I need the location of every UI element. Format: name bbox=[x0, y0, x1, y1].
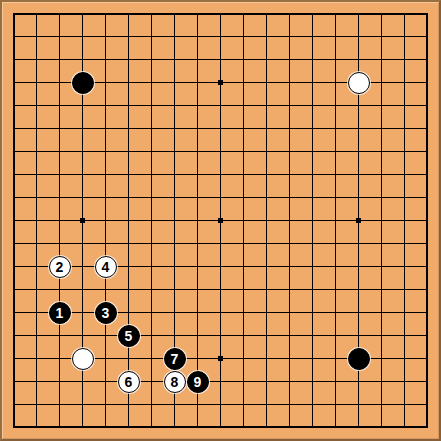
intersection: 3 bbox=[94, 301, 117, 324]
intersection bbox=[186, 255, 209, 278]
intersection bbox=[301, 347, 324, 370]
intersection bbox=[94, 25, 117, 48]
intersection bbox=[324, 370, 347, 393]
intersection bbox=[186, 186, 209, 209]
intersection bbox=[416, 209, 439, 232]
stone-black-move-3: 3 bbox=[95, 302, 117, 324]
intersection bbox=[393, 255, 416, 278]
intersection bbox=[117, 301, 140, 324]
intersection bbox=[209, 324, 232, 347]
intersection bbox=[347, 94, 370, 117]
intersection bbox=[232, 163, 255, 186]
stone-black bbox=[72, 72, 94, 94]
intersection bbox=[163, 232, 186, 255]
intersection bbox=[301, 416, 324, 439]
intersection bbox=[186, 71, 209, 94]
intersection bbox=[416, 2, 439, 25]
intersection bbox=[186, 278, 209, 301]
intersection bbox=[278, 117, 301, 140]
intersection bbox=[232, 117, 255, 140]
intersection bbox=[25, 2, 48, 25]
intersection bbox=[393, 370, 416, 393]
intersection bbox=[48, 117, 71, 140]
intersection bbox=[25, 71, 48, 94]
intersection bbox=[140, 140, 163, 163]
stone-white bbox=[348, 72, 370, 94]
intersection bbox=[48, 94, 71, 117]
intersection bbox=[117, 117, 140, 140]
intersection bbox=[347, 232, 370, 255]
intersection bbox=[416, 25, 439, 48]
intersection bbox=[324, 94, 347, 117]
intersection bbox=[393, 163, 416, 186]
intersection-star-point bbox=[71, 209, 94, 232]
intersection bbox=[94, 324, 117, 347]
intersection bbox=[370, 71, 393, 94]
intersection bbox=[186, 163, 209, 186]
intersection bbox=[347, 278, 370, 301]
intersection bbox=[94, 48, 117, 71]
intersection bbox=[393, 25, 416, 48]
intersection bbox=[393, 71, 416, 94]
intersection bbox=[117, 140, 140, 163]
intersection bbox=[416, 393, 439, 416]
intersection bbox=[232, 25, 255, 48]
intersection bbox=[163, 2, 186, 25]
intersection bbox=[163, 71, 186, 94]
intersection bbox=[71, 117, 94, 140]
intersection bbox=[255, 186, 278, 209]
intersection bbox=[140, 48, 163, 71]
intersection bbox=[209, 186, 232, 209]
intersection bbox=[347, 416, 370, 439]
intersection bbox=[48, 163, 71, 186]
intersection bbox=[301, 117, 324, 140]
intersection bbox=[232, 393, 255, 416]
intersection bbox=[324, 25, 347, 48]
intersection bbox=[2, 140, 25, 163]
intersection bbox=[370, 25, 393, 48]
intersection bbox=[278, 324, 301, 347]
intersection bbox=[255, 163, 278, 186]
intersection bbox=[140, 209, 163, 232]
intersection bbox=[71, 416, 94, 439]
intersection: 1 bbox=[48, 301, 71, 324]
intersection bbox=[209, 117, 232, 140]
intersection: 9 bbox=[186, 370, 209, 393]
intersection: 6 bbox=[117, 370, 140, 393]
intersection bbox=[94, 393, 117, 416]
intersection bbox=[140, 25, 163, 48]
intersection bbox=[255, 117, 278, 140]
intersection bbox=[48, 209, 71, 232]
intersection bbox=[2, 370, 25, 393]
stone-black-move-7: 7 bbox=[164, 348, 186, 370]
intersection bbox=[278, 393, 301, 416]
intersection-star-point bbox=[209, 71, 232, 94]
intersection bbox=[186, 301, 209, 324]
intersection bbox=[2, 209, 25, 232]
intersection bbox=[232, 48, 255, 71]
intersection bbox=[324, 324, 347, 347]
intersection bbox=[416, 71, 439, 94]
intersection bbox=[2, 324, 25, 347]
intersection bbox=[255, 324, 278, 347]
intersection bbox=[278, 186, 301, 209]
intersection bbox=[255, 25, 278, 48]
intersection-star-point bbox=[347, 71, 370, 94]
intersection bbox=[416, 94, 439, 117]
intersection bbox=[347, 163, 370, 186]
intersection bbox=[209, 416, 232, 439]
intersection bbox=[393, 186, 416, 209]
intersection bbox=[324, 2, 347, 25]
intersection bbox=[370, 209, 393, 232]
intersection bbox=[232, 301, 255, 324]
intersection bbox=[2, 255, 25, 278]
intersection bbox=[347, 2, 370, 25]
intersection bbox=[2, 163, 25, 186]
intersection bbox=[370, 94, 393, 117]
intersection bbox=[416, 370, 439, 393]
intersection bbox=[393, 140, 416, 163]
intersection bbox=[2, 347, 25, 370]
intersection bbox=[301, 255, 324, 278]
intersection-star-point bbox=[71, 71, 94, 94]
intersection: 5 bbox=[117, 324, 140, 347]
intersection: 8 bbox=[163, 370, 186, 393]
intersection bbox=[163, 94, 186, 117]
stone-white-move-2: 2 bbox=[49, 256, 71, 278]
intersection bbox=[186, 48, 209, 71]
intersection bbox=[393, 347, 416, 370]
intersection bbox=[25, 117, 48, 140]
intersection bbox=[71, 278, 94, 301]
intersection bbox=[186, 140, 209, 163]
intersection bbox=[71, 232, 94, 255]
intersection bbox=[278, 48, 301, 71]
intersection bbox=[163, 48, 186, 71]
intersection bbox=[301, 301, 324, 324]
intersection bbox=[186, 232, 209, 255]
intersection-star-point bbox=[209, 347, 232, 370]
intersection bbox=[416, 163, 439, 186]
intersection bbox=[301, 94, 324, 117]
intersection bbox=[94, 2, 117, 25]
intersection bbox=[2, 94, 25, 117]
intersection bbox=[163, 416, 186, 439]
intersection bbox=[48, 186, 71, 209]
intersection bbox=[324, 255, 347, 278]
intersection bbox=[278, 255, 301, 278]
intersection bbox=[25, 278, 48, 301]
intersection bbox=[2, 25, 25, 48]
intersection: 7 bbox=[163, 347, 186, 370]
intersection bbox=[48, 347, 71, 370]
intersection bbox=[71, 324, 94, 347]
intersection bbox=[2, 186, 25, 209]
intersection bbox=[186, 94, 209, 117]
intersection bbox=[255, 370, 278, 393]
intersection bbox=[232, 324, 255, 347]
intersection bbox=[255, 2, 278, 25]
intersection bbox=[209, 232, 232, 255]
intersection bbox=[186, 393, 209, 416]
intersection bbox=[370, 324, 393, 347]
intersection-star-point bbox=[347, 209, 370, 232]
intersection bbox=[255, 71, 278, 94]
intersection bbox=[370, 163, 393, 186]
intersection bbox=[186, 324, 209, 347]
intersection bbox=[209, 25, 232, 48]
intersection bbox=[416, 278, 439, 301]
intersection bbox=[163, 209, 186, 232]
intersection bbox=[25, 347, 48, 370]
intersection: 4 bbox=[94, 255, 117, 278]
intersection bbox=[347, 48, 370, 71]
intersection bbox=[416, 347, 439, 370]
intersection bbox=[416, 140, 439, 163]
intersection bbox=[163, 186, 186, 209]
intersection bbox=[278, 2, 301, 25]
intersection bbox=[2, 416, 25, 439]
intersection bbox=[324, 347, 347, 370]
intersection bbox=[370, 301, 393, 324]
intersection bbox=[48, 25, 71, 48]
intersection bbox=[25, 232, 48, 255]
intersection bbox=[48, 370, 71, 393]
intersection bbox=[25, 163, 48, 186]
intersection bbox=[117, 393, 140, 416]
intersection bbox=[416, 324, 439, 347]
intersection-star-point bbox=[209, 209, 232, 232]
intersection bbox=[48, 140, 71, 163]
intersection bbox=[278, 163, 301, 186]
intersection bbox=[117, 163, 140, 186]
intersection bbox=[25, 416, 48, 439]
intersection bbox=[255, 140, 278, 163]
intersection bbox=[140, 347, 163, 370]
intersection bbox=[48, 324, 71, 347]
intersection bbox=[48, 278, 71, 301]
intersection bbox=[117, 278, 140, 301]
intersection bbox=[209, 301, 232, 324]
intersection bbox=[347, 117, 370, 140]
intersection bbox=[347, 393, 370, 416]
intersection bbox=[370, 278, 393, 301]
intersection-star-point bbox=[71, 347, 94, 370]
intersection bbox=[278, 71, 301, 94]
intersection bbox=[94, 117, 117, 140]
intersection bbox=[347, 324, 370, 347]
intersection bbox=[416, 255, 439, 278]
intersection bbox=[232, 416, 255, 439]
intersection bbox=[140, 393, 163, 416]
intersection bbox=[2, 71, 25, 94]
intersection bbox=[301, 232, 324, 255]
intersection bbox=[232, 255, 255, 278]
intersection bbox=[140, 301, 163, 324]
intersection bbox=[117, 209, 140, 232]
intersection bbox=[232, 2, 255, 25]
intersection bbox=[2, 2, 25, 25]
intersection bbox=[393, 94, 416, 117]
intersection bbox=[301, 2, 324, 25]
intersection bbox=[347, 301, 370, 324]
intersection bbox=[278, 140, 301, 163]
intersection bbox=[2, 117, 25, 140]
intersection bbox=[94, 140, 117, 163]
intersection bbox=[301, 209, 324, 232]
go-board: 241357689 bbox=[2, 2, 439, 439]
intersection bbox=[255, 347, 278, 370]
intersection bbox=[71, 393, 94, 416]
intersection bbox=[140, 370, 163, 393]
intersection bbox=[94, 163, 117, 186]
intersection bbox=[186, 209, 209, 232]
intersection bbox=[370, 347, 393, 370]
intersection bbox=[255, 301, 278, 324]
intersection bbox=[209, 163, 232, 186]
intersection bbox=[2, 301, 25, 324]
intersection bbox=[393, 209, 416, 232]
intersection bbox=[324, 163, 347, 186]
intersection bbox=[255, 393, 278, 416]
intersection bbox=[140, 186, 163, 209]
intersection bbox=[232, 370, 255, 393]
intersection bbox=[324, 140, 347, 163]
intersection bbox=[140, 324, 163, 347]
intersection bbox=[163, 393, 186, 416]
intersection bbox=[71, 301, 94, 324]
stone-black bbox=[348, 348, 370, 370]
intersection bbox=[71, 163, 94, 186]
intersection bbox=[25, 324, 48, 347]
intersection bbox=[94, 94, 117, 117]
intersection bbox=[25, 94, 48, 117]
intersection bbox=[163, 301, 186, 324]
intersection bbox=[25, 209, 48, 232]
intersection bbox=[278, 416, 301, 439]
intersection bbox=[301, 140, 324, 163]
intersection bbox=[370, 393, 393, 416]
intersection bbox=[301, 186, 324, 209]
stone-white-move-8: 8 bbox=[164, 371, 186, 393]
intersection bbox=[232, 186, 255, 209]
intersection bbox=[324, 278, 347, 301]
intersection bbox=[25, 393, 48, 416]
intersection bbox=[324, 232, 347, 255]
intersection bbox=[25, 301, 48, 324]
intersection bbox=[370, 416, 393, 439]
intersection bbox=[232, 232, 255, 255]
intersection bbox=[393, 232, 416, 255]
intersection bbox=[71, 370, 94, 393]
intersection bbox=[117, 232, 140, 255]
intersection bbox=[278, 370, 301, 393]
intersection bbox=[140, 278, 163, 301]
intersection bbox=[48, 232, 71, 255]
intersection bbox=[25, 255, 48, 278]
intersection bbox=[117, 255, 140, 278]
intersection bbox=[25, 186, 48, 209]
intersection bbox=[94, 71, 117, 94]
intersection bbox=[48, 48, 71, 71]
intersection bbox=[140, 255, 163, 278]
intersection bbox=[393, 324, 416, 347]
intersection bbox=[209, 278, 232, 301]
intersection bbox=[117, 347, 140, 370]
intersection bbox=[25, 140, 48, 163]
intersection bbox=[94, 370, 117, 393]
intersection bbox=[25, 25, 48, 48]
intersection bbox=[186, 25, 209, 48]
intersection bbox=[117, 48, 140, 71]
intersection bbox=[393, 117, 416, 140]
intersection bbox=[117, 416, 140, 439]
intersection bbox=[2, 48, 25, 71]
intersection bbox=[209, 94, 232, 117]
intersection bbox=[25, 370, 48, 393]
intersection bbox=[255, 232, 278, 255]
intersection bbox=[209, 2, 232, 25]
intersection bbox=[324, 393, 347, 416]
intersection bbox=[278, 301, 301, 324]
intersection bbox=[94, 347, 117, 370]
intersection bbox=[117, 94, 140, 117]
intersection bbox=[94, 186, 117, 209]
intersection-star-point bbox=[347, 347, 370, 370]
intersection bbox=[186, 347, 209, 370]
intersection bbox=[209, 48, 232, 71]
intersection bbox=[278, 278, 301, 301]
intersection bbox=[117, 186, 140, 209]
intersection bbox=[2, 278, 25, 301]
intersection bbox=[278, 232, 301, 255]
intersection bbox=[94, 416, 117, 439]
intersection bbox=[416, 48, 439, 71]
intersection bbox=[393, 416, 416, 439]
intersection bbox=[347, 25, 370, 48]
intersection bbox=[301, 393, 324, 416]
intersection bbox=[370, 370, 393, 393]
intersection bbox=[186, 117, 209, 140]
intersection bbox=[209, 255, 232, 278]
intersection bbox=[140, 232, 163, 255]
intersection bbox=[278, 209, 301, 232]
intersection bbox=[370, 48, 393, 71]
intersection bbox=[71, 48, 94, 71]
intersection bbox=[416, 416, 439, 439]
intersection bbox=[163, 255, 186, 278]
intersection bbox=[48, 2, 71, 25]
intersection bbox=[94, 232, 117, 255]
intersection bbox=[324, 416, 347, 439]
intersection bbox=[255, 48, 278, 71]
intersection bbox=[71, 2, 94, 25]
stone-black-move-5: 5 bbox=[118, 325, 140, 347]
intersection bbox=[186, 416, 209, 439]
intersection bbox=[393, 301, 416, 324]
intersection bbox=[71, 140, 94, 163]
intersection bbox=[163, 278, 186, 301]
intersection bbox=[163, 25, 186, 48]
intersection bbox=[370, 255, 393, 278]
intersection bbox=[347, 370, 370, 393]
stone-black-move-9: 9 bbox=[187, 371, 209, 393]
intersection bbox=[324, 117, 347, 140]
intersection bbox=[117, 71, 140, 94]
